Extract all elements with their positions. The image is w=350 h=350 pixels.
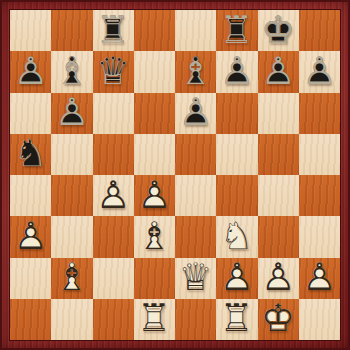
black-bishop-outline-icon: ♗ [55, 52, 89, 90]
white-king-outline-icon: ♔ [261, 299, 295, 337]
square-d1[interactable]: ♜♖ [134, 299, 175, 340]
square-f6[interactable] [216, 93, 257, 134]
square-d7[interactable] [134, 51, 175, 92]
square-g8[interactable]: ♚♔ [258, 10, 299, 51]
square-h6[interactable] [299, 93, 340, 134]
square-f3[interactable]: ♞♘ [216, 216, 257, 257]
square-c3[interactable] [93, 216, 134, 257]
square-g3[interactable] [258, 216, 299, 257]
square-e4[interactable] [175, 175, 216, 216]
square-e6[interactable]: ♟♙ [175, 93, 216, 134]
piece-white-rook[interactable]: ♜♖ [216, 299, 257, 340]
square-h3[interactable] [299, 216, 340, 257]
white-pawn-outline-icon: ♙ [220, 258, 254, 296]
square-a2[interactable] [10, 258, 51, 299]
piece-white-rook[interactable]: ♜♖ [134, 299, 175, 340]
square-e5[interactable] [175, 134, 216, 175]
piece-black-king[interactable]: ♚♔ [258, 10, 299, 51]
square-a4[interactable] [10, 175, 51, 216]
white-queen-outline-icon: ♕ [179, 258, 213, 296]
white-pawn-outline-icon: ♙ [96, 176, 130, 214]
white-bishop-outline-icon: ♗ [55, 258, 89, 296]
square-a1[interactable] [10, 299, 51, 340]
black-knight-outline-icon: ♘ [14, 134, 48, 172]
white-pawn-outline-icon: ♙ [137, 176, 171, 214]
square-d8[interactable] [134, 10, 175, 51]
white-bishop-outline-icon: ♗ [137, 217, 171, 255]
square-e7[interactable]: ♝♗ [175, 51, 216, 92]
piece-white-bishop[interactable]: ♝♗ [134, 216, 175, 257]
black-pawn-outline-icon: ♙ [302, 52, 336, 90]
piece-white-pawn[interactable]: ♟♙ [134, 175, 175, 216]
black-pawn-outline-icon: ♙ [179, 93, 213, 131]
square-g5[interactable] [258, 134, 299, 175]
piece-black-bishop[interactable]: ♝♗ [175, 51, 216, 92]
chess-board: ♜♖♜♖♚♔♟♙♝♗♛♕♝♗♟♙♟♙♟♙♟♙♟♙♞♘♟♙♟♙♟♙♝♗♞♘♝♗♛♕… [10, 10, 340, 340]
black-bishop-outline-icon: ♗ [179, 52, 213, 90]
square-g1[interactable]: ♚♔ [258, 299, 299, 340]
square-e8[interactable] [175, 10, 216, 51]
square-e1[interactable] [175, 299, 216, 340]
square-h1[interactable] [299, 299, 340, 340]
piece-white-knight[interactable]: ♞♘ [216, 216, 257, 257]
square-a7[interactable]: ♟♙ [10, 51, 51, 92]
piece-black-pawn[interactable]: ♟♙ [258, 51, 299, 92]
square-h4[interactable] [299, 175, 340, 216]
square-b8[interactable] [51, 10, 92, 51]
white-rook-outline-icon: ♖ [137, 299, 171, 337]
piece-black-rook[interactable]: ♜♖ [93, 10, 134, 51]
piece-black-pawn[interactable]: ♟♙ [175, 93, 216, 134]
piece-black-knight[interactable]: ♞♘ [10, 134, 51, 175]
piece-white-pawn[interactable]: ♟♙ [93, 175, 134, 216]
square-b2[interactable]: ♝♗ [51, 258, 92, 299]
black-king-outline-icon: ♔ [261, 11, 295, 49]
square-b7[interactable]: ♝♗ [51, 51, 92, 92]
piece-black-queen[interactable]: ♛♕ [93, 51, 134, 92]
square-a5[interactable]: ♞♘ [10, 134, 51, 175]
chess-diagram: ♜♖♜♖♚♔♟♙♝♗♛♕♝♗♟♙♟♙♟♙♟♙♟♙♞♘♟♙♟♙♟♙♝♗♞♘♝♗♛♕… [0, 0, 350, 350]
piece-white-bishop[interactable]: ♝♗ [51, 258, 92, 299]
square-f8[interactable]: ♜♖ [216, 10, 257, 51]
square-e2[interactable]: ♛♕ [175, 258, 216, 299]
piece-black-pawn[interactable]: ♟♙ [216, 51, 257, 92]
square-a8[interactable] [10, 10, 51, 51]
piece-black-bishop[interactable]: ♝♗ [51, 51, 92, 92]
piece-white-pawn[interactable]: ♟♙ [299, 258, 340, 299]
white-rook-outline-icon: ♖ [220, 299, 254, 337]
piece-white-pawn[interactable]: ♟♙ [258, 258, 299, 299]
square-a6[interactable] [10, 93, 51, 134]
square-d4[interactable]: ♟♙ [134, 175, 175, 216]
square-c8[interactable]: ♜♖ [93, 10, 134, 51]
white-pawn-outline-icon: ♙ [14, 217, 48, 255]
black-pawn-outline-icon: ♙ [14, 52, 48, 90]
square-d2[interactable] [134, 258, 175, 299]
square-b5[interactable] [51, 134, 92, 175]
square-c2[interactable] [93, 258, 134, 299]
square-b3[interactable] [51, 216, 92, 257]
piece-black-pawn[interactable]: ♟♙ [10, 51, 51, 92]
piece-black-pawn[interactable]: ♟♙ [299, 51, 340, 92]
square-h7[interactable]: ♟♙ [299, 51, 340, 92]
square-b1[interactable] [51, 299, 92, 340]
piece-white-pawn[interactable]: ♟♙ [216, 258, 257, 299]
square-f4[interactable] [216, 175, 257, 216]
square-c7[interactable]: ♛♕ [93, 51, 134, 92]
square-f2[interactable]: ♟♙ [216, 258, 257, 299]
square-b4[interactable] [51, 175, 92, 216]
piece-black-pawn[interactable]: ♟♙ [51, 93, 92, 134]
piece-white-queen[interactable]: ♛♕ [175, 258, 216, 299]
black-rook-outline-icon: ♖ [220, 11, 254, 49]
square-h8[interactable] [299, 10, 340, 51]
white-knight-outline-icon: ♘ [220, 217, 254, 255]
square-b6[interactable]: ♟♙ [51, 93, 92, 134]
square-g4[interactable] [258, 175, 299, 216]
piece-white-king[interactable]: ♚♔ [258, 299, 299, 340]
square-c1[interactable] [93, 299, 134, 340]
square-f7[interactable]: ♟♙ [216, 51, 257, 92]
piece-black-rook[interactable]: ♜♖ [216, 10, 257, 51]
square-f1[interactable]: ♜♖ [216, 299, 257, 340]
square-c4[interactable]: ♟♙ [93, 175, 134, 216]
black-rook-outline-icon: ♖ [96, 11, 130, 49]
square-d3[interactable]: ♝♗ [134, 216, 175, 257]
square-h5[interactable] [299, 134, 340, 175]
square-c6[interactable] [93, 93, 134, 134]
square-d6[interactable] [134, 93, 175, 134]
square-g7[interactable]: ♟♙ [258, 51, 299, 92]
square-d5[interactable] [134, 134, 175, 175]
square-e3[interactable] [175, 216, 216, 257]
square-a3[interactable]: ♟♙ [10, 216, 51, 257]
piece-white-pawn[interactable]: ♟♙ [10, 216, 51, 257]
square-h2[interactable]: ♟♙ [299, 258, 340, 299]
black-pawn-outline-icon: ♙ [261, 52, 295, 90]
square-f5[interactable] [216, 134, 257, 175]
white-pawn-outline-icon: ♙ [261, 258, 295, 296]
black-pawn-outline-icon: ♙ [55, 93, 89, 131]
black-queen-outline-icon: ♕ [96, 52, 130, 90]
black-pawn-outline-icon: ♙ [220, 52, 254, 90]
board-frame: ♜♖♜♖♚♔♟♙♝♗♛♕♝♗♟♙♟♙♟♙♟♙♟♙♞♘♟♙♟♙♟♙♝♗♞♘♝♗♛♕… [0, 0, 350, 350]
square-c5[interactable] [93, 134, 134, 175]
square-g6[interactable] [258, 93, 299, 134]
white-pawn-outline-icon: ♙ [302, 258, 336, 296]
square-g2[interactable]: ♟♙ [258, 258, 299, 299]
